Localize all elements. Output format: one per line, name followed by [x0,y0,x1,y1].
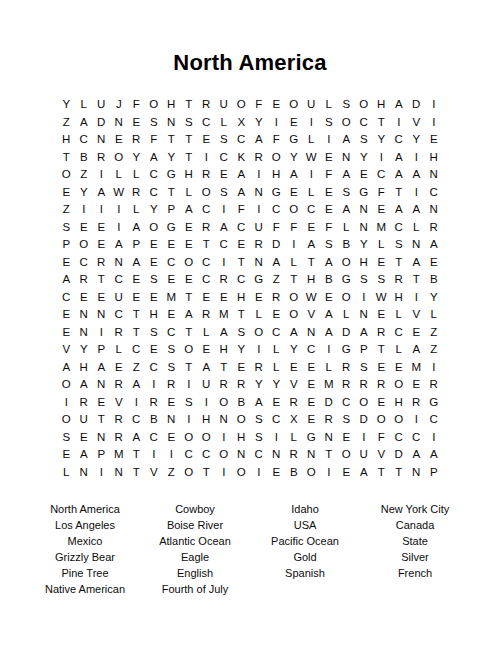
grid-cell-r21c9[interactable]: C [198,446,216,464]
grid-cell-r7c16[interactable]: E [320,201,338,219]
grid-cell-r16c21[interactable]: M [408,359,426,377]
grid-cell-r19c22[interactable]: C [425,411,443,429]
grid-cell-r5c11[interactable]: A [233,166,251,184]
grid-cell-r12c11[interactable]: H [233,289,251,307]
grid-cell-r19c13[interactable]: C [268,411,286,429]
grid-cell-r20c17[interactable]: E [338,429,356,447]
grid-cell-r15c14[interactable]: Y [285,341,303,359]
grid-cell-r11c21[interactable]: T [408,271,426,289]
grid-cell-r16c3[interactable]: A [93,359,111,377]
grid-cell-r14c17[interactable]: D [338,324,356,342]
grid-cell-r13c8[interactable]: A [180,306,198,324]
grid-cell-r15c18[interactable]: P [355,341,373,359]
grid-cell-r17c22[interactable]: R [425,376,443,394]
grid-cell-r7c3[interactable]: I [93,201,111,219]
grid-cell-r16c5[interactable]: Z [128,359,146,377]
grid-cell-r6c15[interactable]: L [303,184,321,202]
grid-cell-r13c6[interactable]: H [145,306,163,324]
grid-cell-r4c11[interactable]: K [233,149,251,167]
grid-cell-r3c2[interactable]: C [75,131,93,149]
grid-cell-r18c9[interactable]: I [198,394,216,412]
grid-cell-r20c20[interactable]: C [390,429,408,447]
grid-cell-r18c4[interactable]: V [110,394,128,412]
grid-cell-r13c5[interactable]: T [128,306,146,324]
grid-cell-r17c1[interactable]: O [58,376,76,394]
grid-cell-r6c22[interactable]: C [425,184,443,202]
grid-cell-r15c8[interactable]: O [180,341,198,359]
grid-cell-r13c16[interactable]: A [320,306,338,324]
grid-cell-r11c10[interactable]: R [215,271,233,289]
grid-cell-r13c7[interactable]: E [163,306,181,324]
grid-cell-r13c2[interactable]: N [75,306,93,324]
grid-cell-r8c3[interactable]: E [93,219,111,237]
grid-cell-r11c15[interactable]: H [303,271,321,289]
grid-cell-r21c15[interactable]: N [303,446,321,464]
grid-cell-r7c15[interactable]: C [303,201,321,219]
grid-cell-r9c7[interactable]: E [163,236,181,254]
grid-cell-r17c7[interactable]: R [163,376,181,394]
grid-cell-r22c17[interactable]: E [338,464,356,482]
grid-cell-r17c13[interactable]: Y [268,376,286,394]
grid-cell-r22c19[interactable]: T [373,464,391,482]
grid-cell-r15c7[interactable]: S [163,341,181,359]
grid-cell-r2c21[interactable]: V [408,114,426,132]
grid-cell-r1c2[interactable]: L [75,96,93,114]
grid-cell-r3c17[interactable]: A [338,131,356,149]
grid-cell-r9c10[interactable]: C [215,236,233,254]
grid-cell-r20c12[interactable]: S [250,429,268,447]
grid-cell-r15c5[interactable]: C [128,341,146,359]
grid-cell-r1c18[interactable]: O [355,96,373,114]
grid-cell-r17c11[interactable]: R [233,376,251,394]
grid-cell-r6c10[interactable]: S [215,184,233,202]
grid-cell-r17c9[interactable]: U [198,376,216,394]
grid-cell-r8c10[interactable]: A [215,219,233,237]
grid-cell-r3c16[interactable]: I [320,131,338,149]
grid-cell-r17c17[interactable]: R [338,376,356,394]
grid-cell-r12c17[interactable]: O [338,289,356,307]
grid-cell-r2c1[interactable]: Z [58,114,76,132]
grid-cell-r20c8[interactable]: O [180,429,198,447]
grid-cell-r13c20[interactable]: L [390,306,408,324]
grid-cell-r14c9[interactable]: L [198,324,216,342]
grid-cell-r21c21[interactable]: A [408,446,426,464]
grid-cell-r5c5[interactable]: L [128,166,146,184]
grid-cell-r14c5[interactable]: T [128,324,146,342]
grid-cell-r9c15[interactable]: A [303,236,321,254]
grid-cell-r14c11[interactable]: S [233,324,251,342]
grid-cell-r7c19[interactable]: E [373,201,391,219]
grid-cell-r7c14[interactable]: O [285,201,303,219]
grid-cell-r4c4[interactable]: O [110,149,128,167]
grid-cell-r6c5[interactable]: R [128,184,146,202]
grid-cell-r1c12[interactable]: F [250,96,268,114]
grid-cell-r2c14[interactable]: E [285,114,303,132]
grid-cell-r6c19[interactable]: F [373,184,391,202]
grid-cell-r8c13[interactable]: F [268,219,286,237]
grid-cell-r9c3[interactable]: E [93,236,111,254]
grid-cell-r10c14[interactable]: L [285,254,303,272]
grid-cell-r1c21[interactable]: D [408,96,426,114]
grid-cell-r1c6[interactable]: O [145,96,163,114]
grid-cell-r19c12[interactable]: S [250,411,268,429]
grid-cell-r21c11[interactable]: N [233,446,251,464]
grid-cell-r13c3[interactable]: N [93,306,111,324]
grid-cell-r5c16[interactable]: F [320,166,338,184]
grid-cell-r3c20[interactable]: C [390,131,408,149]
grid-cell-r4c20[interactable]: A [390,149,408,167]
grid-cell-r19c6[interactable]: B [145,411,163,429]
grid-cell-r13c18[interactable]: N [355,306,373,324]
grid-cell-r19c1[interactable]: O [58,411,76,429]
grid-cell-r18c17[interactable]: C [338,394,356,412]
grid-cell-r11c17[interactable]: G [338,271,356,289]
grid-cell-r12c1[interactable]: C [58,289,76,307]
grid-cell-r10c17[interactable]: O [338,254,356,272]
grid-cell-r5c17[interactable]: A [338,166,356,184]
grid-cell-r18c2[interactable]: R [75,394,93,412]
grid-cell-r3c1[interactable]: H [58,131,76,149]
grid-cell-r12c13[interactable]: R [268,289,286,307]
grid-cell-r5c22[interactable]: N [425,166,443,184]
grid-cell-r21c7[interactable]: I [163,446,181,464]
grid-cell-r1c9[interactable]: R [198,96,216,114]
grid-cell-r17c16[interactable]: M [320,376,338,394]
grid-cell-r19c18[interactable]: D [355,411,373,429]
grid-cell-r5c1[interactable]: O [58,166,76,184]
grid-cell-r15c16[interactable]: I [320,341,338,359]
grid-cell-r13c4[interactable]: C [110,306,128,324]
grid-cell-r17c2[interactable]: A [75,376,93,394]
grid-cell-r11c9[interactable]: C [198,271,216,289]
grid-cell-r12c5[interactable]: E [128,289,146,307]
grid-cell-r5c7[interactable]: G [163,166,181,184]
grid-cell-r22c15[interactable]: O [303,464,321,482]
grid-cell-r12c14[interactable]: O [285,289,303,307]
grid-cell-r2c11[interactable]: X [233,114,251,132]
grid-cell-r20c9[interactable]: O [198,429,216,447]
grid-cell-r22c12[interactable]: I [250,464,268,482]
grid-cell-r21c4[interactable]: M [110,446,128,464]
grid-cell-r5c9[interactable]: R [198,166,216,184]
grid-cell-r3c8[interactable]: T [180,131,198,149]
grid-cell-r11c22[interactable]: B [425,271,443,289]
grid-cell-r1c10[interactable]: U [215,96,233,114]
grid-cell-r22c2[interactable]: N [75,464,93,482]
grid-cell-r18c3[interactable]: E [93,394,111,412]
grid-cell-r8c9[interactable]: R [198,219,216,237]
grid-cell-r16c18[interactable]: S [355,359,373,377]
grid-cell-r12c7[interactable]: M [163,289,181,307]
grid-cell-r20c5[interactable]: A [128,429,146,447]
grid-cell-r19c8[interactable]: I [180,411,198,429]
grid-cell-r4c8[interactable]: T [180,149,198,167]
grid-cell-r14c15[interactable]: N [303,324,321,342]
grid-cell-r12c9[interactable]: E [198,289,216,307]
grid-cell-r21c1[interactable]: E [58,446,76,464]
grid-cell-r6c12[interactable]: N [250,184,268,202]
grid-cell-r17c6[interactable]: I [145,376,163,394]
grid-cell-r12c12[interactable]: E [250,289,268,307]
grid-cell-r10c3[interactable]: R [93,254,111,272]
grid-cell-r21c17[interactable]: O [338,446,356,464]
grid-cell-r8c8[interactable]: E [180,219,198,237]
grid-cell-r5c21[interactable]: A [408,166,426,184]
grid-cell-r13c1[interactable]: E [58,306,76,324]
grid-cell-r16c19[interactable]: E [373,359,391,377]
grid-cell-r5c12[interactable]: I [250,166,268,184]
grid-cell-r9c18[interactable]: Y [355,236,373,254]
grid-cell-r5c8[interactable]: H [180,166,198,184]
grid-cell-r14c18[interactable]: A [355,324,373,342]
grid-cell-r10c18[interactable]: H [355,254,373,272]
grid-cell-r13c9[interactable]: R [198,306,216,324]
grid-cell-r20c22[interactable]: I [425,429,443,447]
grid-cell-r12c20[interactable]: H [390,289,408,307]
grid-cell-r1c14[interactable]: O [285,96,303,114]
grid-cell-r15c15[interactable]: C [303,341,321,359]
grid-cell-r22c3[interactable]: I [93,464,111,482]
grid-cell-r18c12[interactable]: A [250,394,268,412]
grid-cell-r17c18[interactable]: R [355,376,373,394]
grid-cell-r2c20[interactable]: I [390,114,408,132]
grid-cell-r20c4[interactable]: R [110,429,128,447]
grid-cell-r17c8[interactable]: I [180,376,198,394]
grid-cell-r18c10[interactable]: O [215,394,233,412]
grid-cell-r3c3[interactable]: N [93,131,111,149]
grid-cell-r21c12[interactable]: C [250,446,268,464]
grid-cell-r16c6[interactable]: C [145,359,163,377]
grid-cell-r2c4[interactable]: N [110,114,128,132]
grid-cell-r11c18[interactable]: S [355,271,373,289]
grid-cell-r19c11[interactable]: O [233,411,251,429]
grid-cell-r8c7[interactable]: G [163,219,181,237]
grid-cell-r10c8[interactable]: O [180,254,198,272]
grid-cell-r10c12[interactable]: N [250,254,268,272]
grid-cell-r11c13[interactable]: Z [268,271,286,289]
grid-cell-r16c1[interactable]: A [58,359,76,377]
grid-cell-r6c7[interactable]: T [163,184,181,202]
grid-cell-r12c15[interactable]: W [303,289,321,307]
grid-cell-r17c12[interactable]: Y [250,376,268,394]
grid-cell-r14c3[interactable]: I [93,324,111,342]
grid-cell-r1c20[interactable]: A [390,96,408,114]
grid-cell-r10c15[interactable]: T [303,254,321,272]
grid-cell-r12c10[interactable]: E [215,289,233,307]
grid-cell-r22c6[interactable]: V [145,464,163,482]
grid-cell-r4c9[interactable]: I [198,149,216,167]
grid-cell-r11c16[interactable]: B [320,271,338,289]
grid-cell-r18c16[interactable]: D [320,394,338,412]
grid-cell-r16c11[interactable]: E [233,359,251,377]
grid-cell-r17c5[interactable]: A [128,376,146,394]
grid-cell-r15c6[interactable]: E [145,341,163,359]
grid-cell-r6c13[interactable]: G [268,184,286,202]
grid-cell-r17c19[interactable]: R [373,376,391,394]
grid-cell-r9c11[interactable]: E [233,236,251,254]
grid-cell-r9c12[interactable]: R [250,236,268,254]
grid-cell-r10c13[interactable]: A [268,254,286,272]
grid-cell-r7c1[interactable]: Z [58,201,76,219]
grid-cell-r19c16[interactable]: R [320,411,338,429]
grid-cell-r7c5[interactable]: L [128,201,146,219]
grid-cell-r18c18[interactable]: O [355,394,373,412]
grid-cell-r20c21[interactable]: C [408,429,426,447]
grid-cell-r18c11[interactable]: B [233,394,251,412]
grid-cell-r6c2[interactable]: Y [75,184,93,202]
grid-cell-r7c17[interactable]: A [338,201,356,219]
grid-cell-r8c15[interactable]: E [303,219,321,237]
grid-cell-r1c19[interactable]: H [373,96,391,114]
grid-cell-r1c7[interactable]: H [163,96,181,114]
grid-cell-r14c10[interactable]: A [215,324,233,342]
grid-cell-r17c20[interactable]: O [390,376,408,394]
grid-cell-r19c2[interactable]: U [75,411,93,429]
grid-cell-r10c7[interactable]: C [163,254,181,272]
grid-cell-r22c16[interactable]: I [320,464,338,482]
grid-cell-r14c6[interactable]: S [145,324,163,342]
grid-cell-r15c12[interactable]: I [250,341,268,359]
grid-cell-r19c4[interactable]: R [110,411,128,429]
grid-cell-r2c22[interactable]: I [425,114,443,132]
grid-cell-r13c17[interactable]: L [338,306,356,324]
grid-cell-r2c13[interactable]: I [268,114,286,132]
grid-cell-r3c14[interactable]: G [285,131,303,149]
grid-cell-r2c15[interactable]: I [303,114,321,132]
grid-cell-r12c21[interactable]: I [408,289,426,307]
grid-cell-r9c20[interactable]: S [390,236,408,254]
grid-cell-r6c14[interactable]: E [285,184,303,202]
grid-cell-r20c1[interactable]: S [58,429,76,447]
grid-cell-r13c12[interactable]: L [250,306,268,324]
grid-cell-r2c10[interactable]: L [215,114,233,132]
grid-cell-r8c19[interactable]: M [373,219,391,237]
grid-cell-r22c22[interactable]: P [425,464,443,482]
grid-cell-r3c13[interactable]: F [268,131,286,149]
grid-cell-r14c8[interactable]: T [180,324,198,342]
grid-cell-r22c13[interactable]: E [268,464,286,482]
grid-cell-r5c13[interactable]: H [268,166,286,184]
grid-cell-r2c17[interactable]: O [338,114,356,132]
grid-cell-r11c4[interactable]: C [110,271,128,289]
grid-cell-r11c14[interactable]: T [285,271,303,289]
grid-cell-r14c20[interactable]: C [390,324,408,342]
grid-cell-r11c5[interactable]: E [128,271,146,289]
grid-cell-r7c6[interactable]: Y [145,201,163,219]
grid-cell-r8c14[interactable]: F [285,219,303,237]
grid-cell-r9c6[interactable]: E [145,236,163,254]
grid-cell-r20c11[interactable]: H [233,429,251,447]
grid-cell-r8c16[interactable]: F [320,219,338,237]
grid-cell-r3c21[interactable]: Y [408,131,426,149]
grid-cell-r6c9[interactable]: O [198,184,216,202]
grid-cell-r3c22[interactable]: E [425,131,443,149]
grid-cell-r16c10[interactable]: T [215,359,233,377]
grid-cell-r12c6[interactable]: E [145,289,163,307]
grid-cell-r16c7[interactable]: S [163,359,181,377]
grid-cell-r1c11[interactable]: O [233,96,251,114]
grid-cell-r6c16[interactable]: E [320,184,338,202]
grid-cell-r14c7[interactable]: C [163,324,181,342]
grid-cell-r7c2[interactable]: I [75,201,93,219]
grid-cell-r19c14[interactable]: X [285,411,303,429]
grid-cell-r6c6[interactable]: C [145,184,163,202]
grid-cell-r20c18[interactable]: I [355,429,373,447]
grid-cell-r4c13[interactable]: O [268,149,286,167]
grid-cell-r8c2[interactable]: E [75,219,93,237]
grid-cell-r22c7[interactable]: Z [163,464,181,482]
grid-cell-r22c21[interactable]: N [408,464,426,482]
grid-cell-r8c21[interactable]: L [408,219,426,237]
grid-cell-r21c16[interactable]: T [320,446,338,464]
grid-cell-r3c5[interactable]: R [128,131,146,149]
grid-cell-r10c21[interactable]: A [408,254,426,272]
grid-cell-r13c14[interactable]: O [285,306,303,324]
grid-cell-r5c4[interactable]: L [110,166,128,184]
grid-cell-r21c8[interactable]: C [180,446,198,464]
grid-cell-r12c22[interactable]: Y [425,289,443,307]
grid-cell-r4c6[interactable]: A [145,149,163,167]
grid-cell-r19c15[interactable]: E [303,411,321,429]
grid-cell-r13c21[interactable]: V [408,306,426,324]
grid-cell-r22c4[interactable]: N [110,464,128,482]
grid-cell-r18c8[interactable]: S [180,394,198,412]
grid-cell-r15c21[interactable]: A [408,341,426,359]
grid-cell-r2c8[interactable]: S [180,114,198,132]
grid-cell-r7c18[interactable]: N [355,201,373,219]
grid-cell-r7c7[interactable]: P [163,201,181,219]
grid-cell-r8c17[interactable]: L [338,219,356,237]
grid-cell-r5c18[interactable]: E [355,166,373,184]
grid-cell-r16c17[interactable]: R [338,359,356,377]
grid-cell-r2c5[interactable]: E [128,114,146,132]
grid-cell-r22c9[interactable]: T [198,464,216,482]
grid-cell-r7c9[interactable]: C [198,201,216,219]
grid-cell-r18c21[interactable]: R [408,394,426,412]
grid-cell-r11c2[interactable]: R [75,271,93,289]
grid-cell-r22c10[interactable]: I [215,464,233,482]
grid-cell-r15c4[interactable]: L [110,341,128,359]
grid-cell-r7c22[interactable]: N [425,201,443,219]
grid-cell-r20c6[interactable]: C [145,429,163,447]
grid-cell-r21c18[interactable]: U [355,446,373,464]
grid-cell-r3c19[interactable]: Y [373,131,391,149]
grid-cell-r20c13[interactable]: I [268,429,286,447]
grid-cell-r16c2[interactable]: H [75,359,93,377]
grid-cell-r7c20[interactable]: A [390,201,408,219]
grid-cell-r15c2[interactable]: Y [75,341,93,359]
grid-cell-r10c20[interactable]: T [390,254,408,272]
grid-cell-r16c22[interactable]: I [425,359,443,377]
grid-cell-r9c16[interactable]: S [320,236,338,254]
grid-cell-r11c11[interactable]: C [233,271,251,289]
grid-cell-r14c13[interactable]: C [268,324,286,342]
grid-cell-r7c13[interactable]: C [268,201,286,219]
grid-cell-r14c4[interactable]: R [110,324,128,342]
grid-cell-r6c17[interactable]: S [338,184,356,202]
grid-cell-r4c1[interactable]: T [58,149,76,167]
grid-cell-r4c5[interactable]: Y [128,149,146,167]
grid-cell-r9c4[interactable]: A [110,236,128,254]
grid-cell-r22c11[interactable]: O [233,464,251,482]
grid-cell-r2c2[interactable]: A [75,114,93,132]
grid-cell-r3c12[interactable]: A [250,131,268,149]
grid-cell-r10c4[interactable]: N [110,254,128,272]
grid-cell-r20c19[interactable]: F [373,429,391,447]
grid-cell-r17c10[interactable]: R [215,376,233,394]
grid-cell-r11c12[interactable]: G [250,271,268,289]
grid-cell-r12c4[interactable]: U [110,289,128,307]
